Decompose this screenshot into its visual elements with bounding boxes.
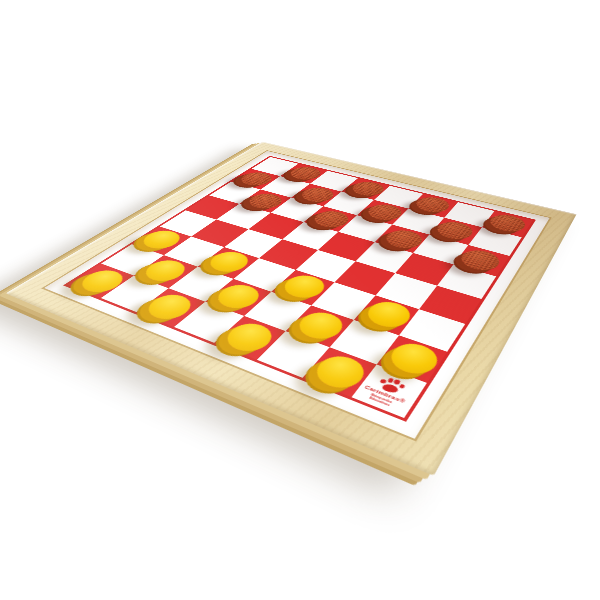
- wooden-frame: Carimbras® Brinquedos Educativos: [6, 142, 577, 476]
- checkers-board: Carimbras® Brinquedos Educativos: [6, 142, 577, 476]
- product-photo: Carimbras® Brinquedos Educativos: [0, 0, 600, 600]
- board-margin: Carimbras® Brinquedos Educativos: [44, 151, 549, 439]
- playing-field: Carimbras® Brinquedos Educativos: [63, 156, 536, 422]
